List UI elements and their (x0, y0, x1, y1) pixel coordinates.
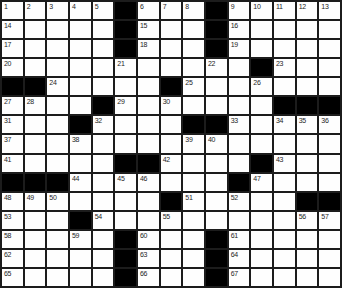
clue-number: 12 (299, 3, 306, 10)
clue-number: 18 (140, 41, 147, 48)
cell-r13c1[interactable]: 58 (2, 231, 23, 248)
cell-r11c3[interactable]: 50 (47, 193, 68, 210)
cell-r9c14[interactable] (297, 155, 318, 172)
cell-r7c13[interactable]: 34 (274, 116, 295, 133)
cell-r15c14[interactable] (297, 269, 318, 286)
cell-r9c15[interactable] (319, 155, 340, 172)
block-r9c12 (251, 155, 272, 172)
cell-r12c2[interactable] (25, 212, 46, 229)
cell-r6c12[interactable] (251, 97, 272, 114)
cell-r12c15[interactable]: 57 (319, 212, 340, 229)
cell-r2c7[interactable]: 15 (138, 21, 159, 38)
cell-r5c9[interactable]: 25 (183, 78, 204, 95)
cell-r4c3[interactable] (47, 59, 68, 76)
clue-number: 16 (231, 22, 238, 29)
cell-r7c15[interactable]: 36 (319, 116, 340, 133)
cell-r9c13[interactable]: 43 (274, 155, 295, 172)
clue-number: 14 (4, 22, 11, 29)
block-r12c4 (70, 212, 91, 229)
block-r10c11 (229, 174, 250, 191)
cell-r3c9[interactable] (183, 40, 204, 57)
cell-r5c4[interactable] (70, 78, 91, 95)
cell-r3c11[interactable]: 19 (229, 40, 250, 57)
clue-number: 34 (276, 117, 283, 124)
cell-r12c8[interactable]: 55 (161, 212, 182, 229)
cell-r14c8[interactable] (161, 250, 182, 267)
cell-r9c8[interactable]: 42 (161, 155, 182, 172)
block-r2c10 (206, 21, 227, 38)
cell-r5c6[interactable] (115, 78, 136, 95)
clue-number: 6 (140, 3, 144, 10)
cell-r15c8[interactable] (161, 269, 182, 286)
clue-number: 37 (4, 136, 11, 143)
block-r14c10 (206, 250, 227, 267)
clue-number: 10 (253, 3, 260, 10)
cell-r2c4[interactable] (70, 21, 91, 38)
cell-r13c7[interactable]: 60 (138, 231, 159, 248)
block-r1c6 (115, 2, 136, 19)
cell-r15c9[interactable] (183, 269, 204, 286)
cell-r7c3[interactable] (47, 116, 68, 133)
clue-number: 49 (27, 194, 34, 201)
cell-r6c4[interactable] (70, 97, 91, 114)
cell-r4c14[interactable] (297, 59, 318, 76)
block-r6c14 (297, 97, 318, 114)
clue-number: 15 (140, 22, 147, 29)
cell-r8c14[interactable] (297, 135, 318, 152)
block-r1c10 (206, 2, 227, 19)
clue-number: 25 (185, 79, 192, 86)
cell-r13c5[interactable] (93, 231, 114, 248)
clue-number: 45 (117, 175, 124, 182)
cell-r15c15[interactable] (319, 269, 340, 286)
cell-r12c13[interactable] (274, 212, 295, 229)
cell-r9c2[interactable] (25, 155, 46, 172)
cell-r13c4[interactable]: 59 (70, 231, 91, 248)
clue-number: 46 (140, 175, 147, 182)
clue-number: 56 (299, 213, 306, 220)
cell-r12c12[interactable] (251, 212, 272, 229)
cell-r15c4[interactable] (70, 269, 91, 286)
clue-number: 58 (4, 232, 11, 239)
cell-r12c11[interactable] (229, 212, 250, 229)
cell-r4c7[interactable] (138, 59, 159, 76)
block-r5c1 (2, 78, 23, 95)
cell-r7c14[interactable]: 35 (297, 116, 318, 133)
cell-r8c11[interactable] (229, 135, 250, 152)
block-r10c1 (2, 174, 23, 191)
cell-r8c8[interactable] (161, 135, 182, 152)
block-r5c2 (25, 78, 46, 95)
cell-r1c12[interactable]: 10 (251, 2, 272, 19)
cell-r8c9[interactable]: 39 (183, 135, 204, 152)
clue-number: 4 (72, 3, 76, 10)
cell-r9c10[interactable] (206, 155, 227, 172)
cell-r1c11[interactable]: 9 (229, 2, 250, 19)
clue-number: 50 (49, 194, 56, 201)
cell-r4c4[interactable] (70, 59, 91, 76)
cell-r13c15[interactable] (319, 231, 340, 248)
block-r11c14 (297, 193, 318, 210)
cell-r3c5[interactable] (93, 40, 114, 57)
clue-number: 5 (95, 3, 99, 10)
cell-r12c1[interactable]: 53 (2, 212, 23, 229)
clue-number: 27 (4, 98, 11, 105)
cell-r6c6[interactable]: 29 (115, 97, 136, 114)
clue-number: 38 (72, 136, 79, 143)
cell-r11c7[interactable] (138, 193, 159, 210)
clue-number: 35 (299, 117, 306, 124)
cell-r13c11[interactable]: 61 (229, 231, 250, 248)
cell-r11c2[interactable]: 49 (25, 193, 46, 210)
clue-number: 1 (4, 3, 8, 10)
cell-r8c12[interactable] (251, 135, 272, 152)
cell-r8c15[interactable] (319, 135, 340, 152)
clue-number: 20 (4, 60, 11, 67)
cell-r15c5[interactable] (93, 269, 114, 286)
clue-number: 30 (163, 98, 170, 105)
clue-number: 3 (49, 3, 53, 10)
cell-r14c7[interactable]: 63 (138, 250, 159, 267)
cell-r7c6[interactable] (115, 116, 136, 133)
cell-r11c6[interactable] (115, 193, 136, 210)
cell-r7c5[interactable]: 32 (93, 116, 114, 133)
clue-number: 60 (140, 232, 147, 239)
cell-r3c7[interactable]: 18 (138, 40, 159, 57)
cell-r10c13[interactable] (274, 174, 295, 191)
cell-r14c1[interactable]: 62 (2, 250, 23, 267)
clue-number: 53 (4, 213, 11, 220)
cell-r8c10[interactable]: 40 (206, 135, 227, 152)
cell-r11c13[interactable] (274, 193, 295, 210)
cell-r11c10[interactable] (206, 193, 227, 210)
cell-r6c2[interactable]: 28 (25, 97, 46, 114)
clue-number: 21 (117, 60, 124, 67)
clue-number: 67 (231, 270, 238, 277)
cell-r12c7[interactable] (138, 212, 159, 229)
block-r15c6 (115, 269, 136, 286)
cell-r8c5[interactable] (93, 135, 114, 152)
clue-number: 54 (95, 213, 102, 220)
cell-r13c12[interactable] (251, 231, 272, 248)
cell-r4c10[interactable]: 22 (206, 59, 227, 76)
clue-number: 42 (163, 156, 170, 163)
cell-r14c15[interactable] (319, 250, 340, 267)
cell-r4c15[interactable] (319, 59, 340, 76)
clue-number: 55 (163, 213, 170, 220)
cell-r1c9[interactable]: 8 (183, 2, 204, 19)
cell-r6c9[interactable] (183, 97, 204, 114)
cell-r2c13[interactable] (274, 21, 295, 38)
cell-r9c5[interactable] (93, 155, 114, 172)
cell-r10c10[interactable] (206, 174, 227, 191)
cell-r12c9[interactable] (183, 212, 204, 229)
cell-r13c3[interactable] (47, 231, 68, 248)
cell-r10c15[interactable] (319, 174, 340, 191)
cell-r11c9[interactable]: 51 (183, 193, 204, 210)
cell-r2c8[interactable] (161, 21, 182, 38)
cell-r12c3[interactable] (47, 212, 68, 229)
cell-r4c2[interactable] (25, 59, 46, 76)
block-r2c6 (115, 21, 136, 38)
cell-r8c6[interactable] (115, 135, 136, 152)
cell-r7c1[interactable]: 31 (2, 116, 23, 133)
clue-number: 32 (95, 117, 102, 124)
cell-r11c5[interactable] (93, 193, 114, 210)
clue-number: 2 (27, 3, 31, 10)
cell-r13c13[interactable] (274, 231, 295, 248)
block-r7c10 (206, 116, 227, 133)
cell-r11c1[interactable]: 48 (2, 193, 23, 210)
clue-number: 9 (231, 3, 235, 10)
cell-r14c13[interactable] (274, 250, 295, 267)
cell-r14c14[interactable] (297, 250, 318, 267)
block-r14c6 (115, 250, 136, 267)
block-r3c10 (206, 40, 227, 57)
cell-r6c11[interactable] (229, 97, 250, 114)
cell-r13c2[interactable] (25, 231, 46, 248)
cell-r1c2[interactable]: 2 (25, 2, 46, 19)
cell-r5c7[interactable] (138, 78, 159, 95)
cell-r2c14[interactable] (297, 21, 318, 38)
clue-number: 66 (140, 270, 147, 277)
cell-r15c3[interactable] (47, 269, 68, 286)
cell-r5c12[interactable]: 26 (251, 78, 272, 95)
cell-r7c8[interactable] (161, 116, 182, 133)
block-r7c4 (70, 116, 91, 133)
cell-r4c9[interactable] (183, 59, 204, 76)
cell-r11c11[interactable]: 52 (229, 193, 250, 210)
cell-r4c8[interactable] (161, 59, 182, 76)
clue-number: 11 (276, 3, 283, 10)
cell-r3c14[interactable] (297, 40, 318, 57)
cell-r3c13[interactable] (274, 40, 295, 57)
cell-r10c8[interactable] (161, 174, 182, 191)
cell-r9c11[interactable] (229, 155, 250, 172)
cell-r1c4[interactable]: 4 (70, 2, 91, 19)
cell-r10c9[interactable] (183, 174, 204, 191)
clue-number: 62 (4, 251, 11, 258)
cell-r1c13[interactable]: 11 (274, 2, 295, 19)
cell-r13c9[interactable] (183, 231, 204, 248)
cell-r15c7[interactable]: 66 (138, 269, 159, 286)
cell-r1c3[interactable]: 3 (47, 2, 68, 19)
cell-r6c3[interactable] (47, 97, 68, 114)
block-r3c6 (115, 40, 136, 57)
cell-r10c12[interactable]: 47 (251, 174, 272, 191)
cell-r14c9[interactable] (183, 250, 204, 267)
cell-r6c10[interactable] (206, 97, 227, 114)
crossword-grid: 1234567891011121314151617181920212223242… (0, 0, 342, 288)
cell-r2c1[interactable]: 14 (2, 21, 23, 38)
cell-r5c5[interactable] (93, 78, 114, 95)
cell-r8c7[interactable] (138, 135, 159, 152)
clue-number: 39 (185, 136, 192, 143)
cell-r14c2[interactable] (25, 250, 46, 267)
block-r10c3 (47, 174, 68, 191)
cell-r10c14[interactable] (297, 174, 318, 191)
cell-r6c1[interactable]: 27 (2, 97, 23, 114)
cell-r4c11[interactable] (229, 59, 250, 76)
cell-r9c3[interactable] (47, 155, 68, 172)
cell-r9c1[interactable]: 41 (2, 155, 23, 172)
cell-r1c14[interactable]: 12 (297, 2, 318, 19)
clue-number: 57 (321, 213, 328, 220)
cell-r12c14[interactable]: 56 (297, 212, 318, 229)
cell-r9c4[interactable] (70, 155, 91, 172)
cell-r3c4[interactable] (70, 40, 91, 57)
clue-number: 44 (72, 175, 79, 182)
cell-r3c8[interactable] (161, 40, 182, 57)
cell-r2c3[interactable] (47, 21, 68, 38)
clue-number: 41 (4, 156, 11, 163)
cell-r1c7[interactable]: 6 (138, 2, 159, 19)
clue-number: 28 (27, 98, 34, 105)
cell-r14c12[interactable] (251, 250, 272, 267)
clue-number: 65 (4, 270, 11, 277)
clue-number: 51 (185, 194, 192, 201)
block-r4c12 (251, 59, 272, 76)
block-r13c6 (115, 231, 136, 248)
cell-r10c6[interactable]: 45 (115, 174, 136, 191)
clue-number: 22 (208, 60, 215, 67)
block-r9c7 (138, 155, 159, 172)
clue-number: 61 (231, 232, 238, 239)
block-r6c13 (274, 97, 295, 114)
cell-r4c1[interactable]: 20 (2, 59, 23, 76)
cell-r7c11[interactable]: 33 (229, 116, 250, 133)
cell-r6c8[interactable]: 30 (161, 97, 182, 114)
cell-r5c3[interactable]: 24 (47, 78, 68, 95)
cell-r6c7[interactable] (138, 97, 159, 114)
clue-number: 64 (231, 251, 238, 258)
cell-r7c12[interactable] (251, 116, 272, 133)
cell-r8c13[interactable] (274, 135, 295, 152)
cell-r8c1[interactable]: 37 (2, 135, 23, 152)
cell-r8c4[interactable]: 38 (70, 135, 91, 152)
clue-number: 26 (253, 79, 260, 86)
clue-number: 17 (4, 41, 11, 48)
cell-r13c14[interactable] (297, 231, 318, 248)
cell-r1c8[interactable]: 7 (161, 2, 182, 19)
block-r15c10 (206, 269, 227, 286)
cell-r2c12[interactable] (251, 21, 272, 38)
clue-number: 24 (49, 79, 56, 86)
clue-number: 63 (140, 251, 147, 258)
cell-r14c3[interactable] (47, 250, 68, 267)
cell-r12c10[interactable] (206, 212, 227, 229)
cell-r2c15[interactable] (319, 21, 340, 38)
cell-r3c3[interactable] (47, 40, 68, 57)
cell-r12c5[interactable]: 54 (93, 212, 114, 229)
block-r6c15 (319, 97, 340, 114)
cell-r15c13[interactable] (274, 269, 295, 286)
cell-r5c14[interactable] (297, 78, 318, 95)
cell-r3c12[interactable] (251, 40, 272, 57)
clue-number: 47 (253, 175, 260, 182)
clue-number: 52 (231, 194, 238, 201)
cell-r5c13[interactable] (274, 78, 295, 95)
cell-r3c15[interactable] (319, 40, 340, 57)
clue-number: 36 (321, 117, 328, 124)
block-r6c5 (93, 97, 114, 114)
cell-r2c9[interactable] (183, 21, 204, 38)
cell-r10c4[interactable]: 44 (70, 174, 91, 191)
cell-r1c15[interactable]: 13 (319, 2, 340, 19)
clue-number: 40 (208, 136, 215, 143)
cell-r7c7[interactable] (138, 116, 159, 133)
cell-r15c11[interactable]: 67 (229, 269, 250, 286)
cell-r10c5[interactable] (93, 174, 114, 191)
cell-r10c7[interactable]: 46 (138, 174, 159, 191)
cell-r4c13[interactable]: 23 (274, 59, 295, 76)
cell-r14c5[interactable] (93, 250, 114, 267)
cell-r3c1[interactable]: 17 (2, 40, 23, 57)
cell-r1c1[interactable]: 1 (2, 2, 23, 19)
block-r10c2 (25, 174, 46, 191)
cell-r8c2[interactable] (25, 135, 46, 152)
clue-number: 43 (276, 156, 283, 163)
clue-number: 13 (321, 3, 328, 10)
cell-r15c12[interactable] (251, 269, 272, 286)
cell-r1c5[interactable]: 5 (93, 2, 114, 19)
cell-r15c2[interactable] (25, 269, 46, 286)
cell-r12c6[interactable] (115, 212, 136, 229)
cell-r2c11[interactable]: 16 (229, 21, 250, 38)
clue-number: 23 (276, 60, 283, 67)
cell-r13c8[interactable] (161, 231, 182, 248)
cell-r5c11[interactable] (229, 78, 250, 95)
clue-number: 29 (117, 98, 124, 105)
cell-r14c4[interactable] (70, 250, 91, 267)
clue-number: 48 (4, 194, 11, 201)
block-r9c6 (115, 155, 136, 172)
clue-number: 33 (231, 117, 238, 124)
cell-r2c5[interactable] (93, 21, 114, 38)
cell-r8c3[interactable] (47, 135, 68, 152)
clue-number: 59 (72, 232, 79, 239)
cell-r4c6[interactable]: 21 (115, 59, 136, 76)
cell-r7c2[interactable] (25, 116, 46, 133)
cell-r5c10[interactable] (206, 78, 227, 95)
cell-r14c11[interactable]: 64 (229, 250, 250, 267)
block-r13c10 (206, 231, 227, 248)
block-r7c9 (183, 116, 204, 133)
cell-r2c2[interactable] (25, 21, 46, 38)
cell-r15c1[interactable]: 65 (2, 269, 23, 286)
cell-r11c12[interactable] (251, 193, 272, 210)
cell-r3c2[interactable] (25, 40, 46, 57)
clue-number: 19 (231, 41, 238, 48)
cell-r5c15[interactable] (319, 78, 340, 95)
clue-number: 8 (185, 3, 189, 10)
cell-r4c5[interactable] (93, 59, 114, 76)
clue-number: 31 (4, 117, 11, 124)
block-r5c8 (161, 78, 182, 95)
block-r11c15 (319, 193, 340, 210)
clue-number: 7 (163, 3, 167, 10)
cell-r11c4[interactable] (70, 193, 91, 210)
block-r11c8 (161, 193, 182, 210)
cell-r9c9[interactable] (183, 155, 204, 172)
